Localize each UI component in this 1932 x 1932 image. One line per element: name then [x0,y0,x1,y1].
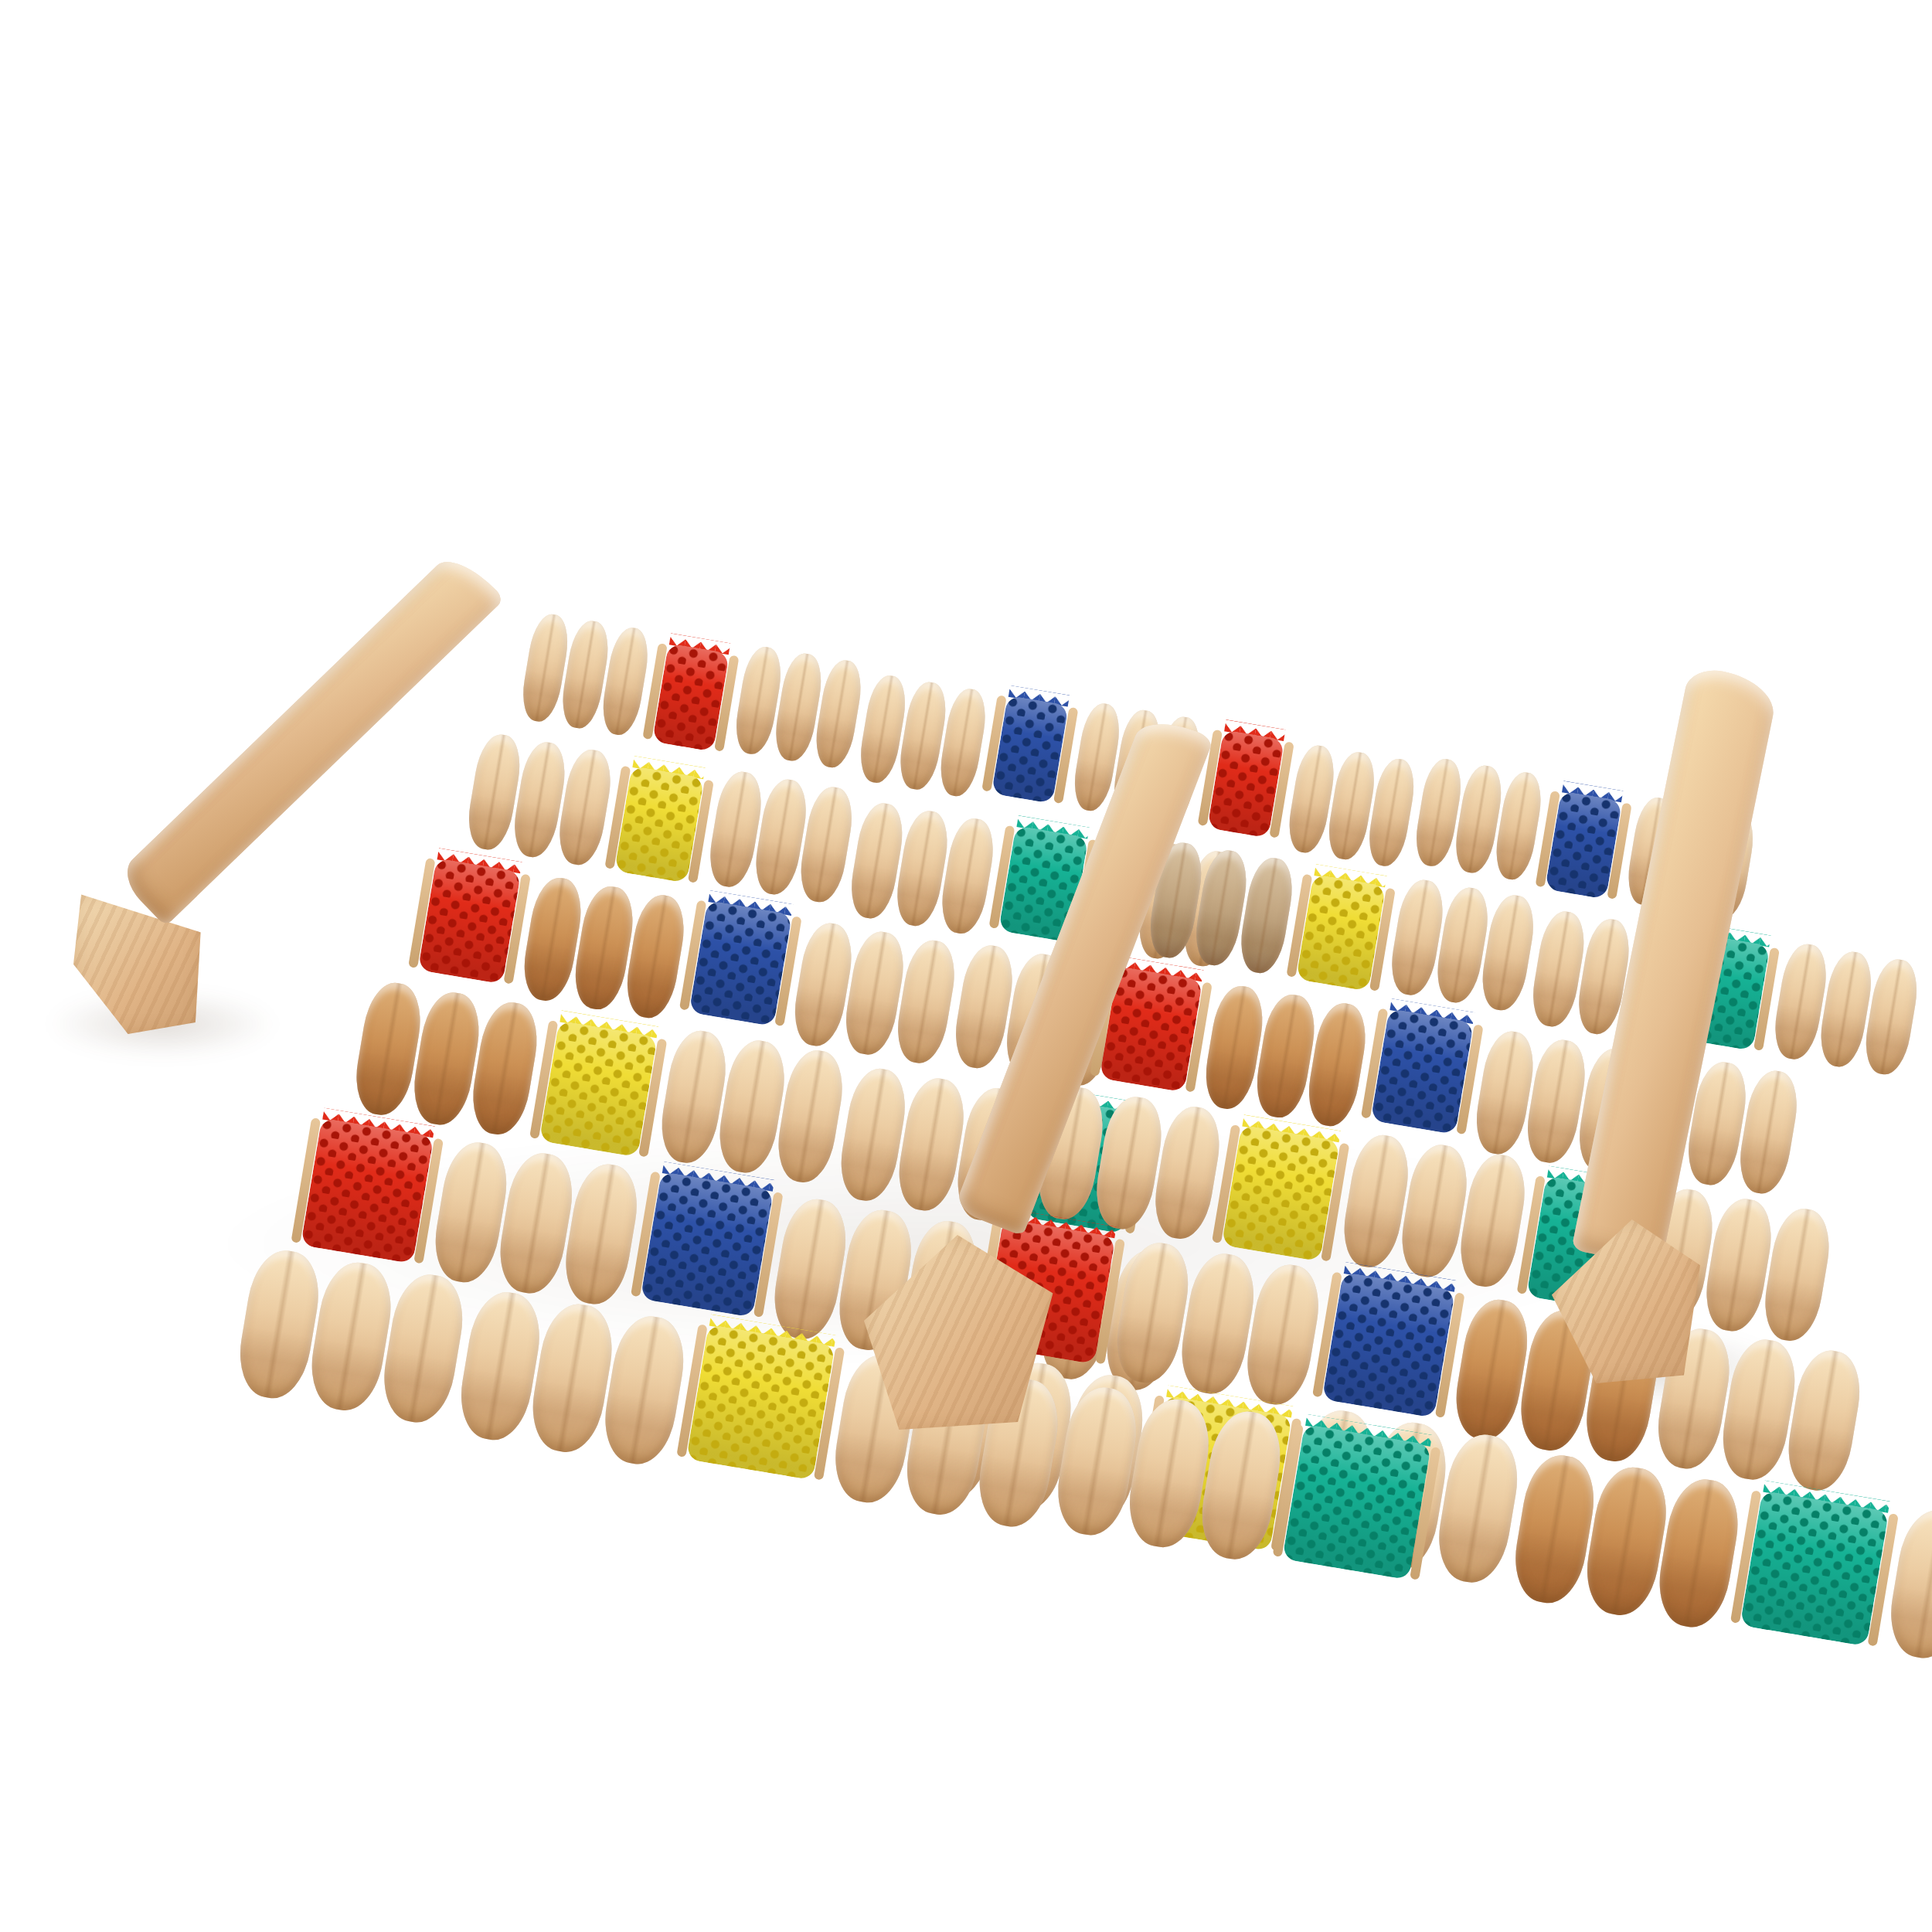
carved-disc [1716,1335,1801,1485]
green-spiked-roller [1272,1422,1441,1581]
wooden-dark-roller [1199,982,1373,1130]
spiked-roller-body [1282,1423,1431,1580]
green-spiked-roller [1730,1488,1900,1648]
carved-disc [1580,1462,1673,1620]
blue-spiked-roller [679,898,802,1028]
wooden-roller [1283,743,1420,869]
blue-spiked-roller [1361,1006,1484,1136]
spiked-roller-body [301,1117,434,1264]
red-spiked-roller [408,856,531,986]
carved-disc [1050,1383,1144,1540]
wooden-roller [1768,940,1923,1077]
carved-disc [1194,1406,1287,1564]
wooden-roller [452,1287,692,1469]
carved-disc [526,1299,619,1457]
wooden-roller [730,644,867,770]
yellow-spiked-roller [529,1019,668,1158]
carved-disc [304,1257,398,1415]
carved-disc [454,1287,547,1445]
wooden-dark-roller [349,978,545,1138]
product-photo-scene [0,0,1932,1932]
red-spiked-roller [291,1116,444,1265]
carved-disc [559,1160,644,1309]
carved-disc [1781,1346,1866,1495]
wooden-roller [1410,756,1547,883]
wooden-roller [787,920,962,1067]
blue-spiked-roller [631,1169,784,1318]
spiked-roller-body [686,1324,835,1480]
wooden-roller [1385,876,1540,1013]
yellow-spiked-roller [676,1322,845,1481]
carved-disc [1175,1249,1260,1398]
carved-disc [494,1148,579,1298]
red-spiked-roller [642,641,740,753]
wooden-dark-roller [517,874,692,1022]
spiked-roller-body [1222,1124,1340,1261]
carved-disc [597,1311,691,1469]
spiked-roller-body [641,1171,774,1317]
wooden-roller [516,611,654,738]
spiked-roller-body [1322,1271,1456,1417]
wooden-roller [854,672,992,799]
blue-spiked-roller [1312,1270,1465,1419]
blue-spiked-roller [981,693,1079,805]
wooden-roller [703,768,859,905]
blue-spiked-roller [1535,789,1632,901]
wooden-roller [462,731,617,868]
red-spiked-roller [1197,727,1294,839]
carved-disc [1240,1260,1325,1410]
carved-disc [1431,1430,1525,1587]
wooden-roller [845,800,1000,937]
yellow-spiked-roller [1212,1123,1350,1263]
carved-disc [1508,1451,1601,1608]
wooden-dark-roller [1506,1450,1747,1632]
carved-disc [1651,1475,1745,1632]
carved-disc [376,1270,470,1427]
foot-massage-roller [0,0,1932,1932]
spiked-roller-body [1740,1490,1889,1646]
spiked-roller-body [539,1020,658,1157]
carved-disc [1122,1394,1216,1552]
yellow-spiked-roller [1286,872,1396,993]
wooden-roller [654,1026,850,1186]
yellow-spiked-roller [604,764,714,885]
